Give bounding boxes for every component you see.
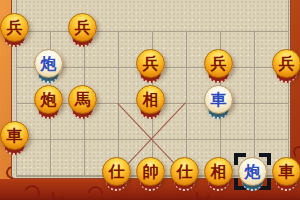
piece-gold-soldier[interactable]: 兵 xyxy=(272,49,300,85)
piece-character: 兵 xyxy=(68,13,97,42)
piece-character: 帥 xyxy=(136,157,165,186)
xiangqi-board-screenshot: 兵兵炮兵兵兵炮馬相車車仕帥仕相炮車 xyxy=(0,0,300,200)
piece-character: 相 xyxy=(136,85,165,114)
piece-ivory-cannon[interactable]: 炮 xyxy=(34,49,64,85)
piece-character: 相 xyxy=(204,157,233,186)
piece-ivory-cannon[interactable]: 炮 xyxy=(238,157,268,193)
file-line-8 xyxy=(288,0,289,176)
piece-character: 兵 xyxy=(272,49,300,78)
piece-character: 炮 xyxy=(238,157,267,186)
piece-gold-advisor[interactable]: 仕 xyxy=(170,157,200,193)
piece-gold-general[interactable]: 帥 xyxy=(136,157,166,193)
piece-gold-elephant[interactable]: 相 xyxy=(136,85,166,121)
piece-character: 仕 xyxy=(102,157,131,186)
piece-gold-horse[interactable]: 馬 xyxy=(68,85,98,121)
piece-gold-soldier[interactable]: 兵 xyxy=(68,13,98,49)
piece-gold-soldier[interactable]: 兵 xyxy=(0,13,30,49)
piece-character: 馬 xyxy=(68,85,97,114)
piece-ivory-chariot[interactable]: 車 xyxy=(204,85,234,121)
piece-character: 兵 xyxy=(204,49,233,78)
piece-character: 炮 xyxy=(34,85,63,114)
piece-character: 車 xyxy=(0,121,29,150)
piece-character: 車 xyxy=(204,85,233,114)
piece-character: 兵 xyxy=(0,13,29,42)
file-line-5 xyxy=(186,31,187,176)
piece-character: 仕 xyxy=(170,157,199,186)
piece-gold-chariot[interactable]: 車 xyxy=(272,157,300,193)
piece-gold-soldier[interactable]: 兵 xyxy=(204,49,234,85)
piece-gold-chariot[interactable]: 車 xyxy=(0,121,30,157)
piece-gold-advisor[interactable]: 仕 xyxy=(102,157,132,193)
piece-character: 炮 xyxy=(34,49,63,78)
piece-gold-elephant[interactable]: 相 xyxy=(204,157,234,193)
piece-gold-cannon[interactable]: 炮 xyxy=(34,85,64,121)
piece-gold-soldier[interactable]: 兵 xyxy=(136,49,166,85)
piece-character: 兵 xyxy=(136,49,165,78)
piece-character: 車 xyxy=(272,157,300,186)
